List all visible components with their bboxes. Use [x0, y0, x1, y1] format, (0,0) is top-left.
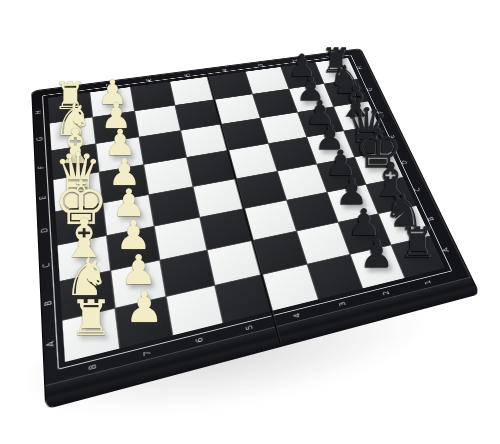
- rank-label-top-4: 4: [221, 67, 231, 73]
- file-label-left-e: E: [39, 193, 50, 202]
- file-label-left-f: F: [38, 163, 49, 171]
- file-label-left-d: D: [41, 225, 53, 235]
- rank-label-top-2: 2: [291, 58, 300, 64]
- rank-label-top-3: 3: [257, 62, 266, 68]
- file-label-right-h: H: [356, 64, 366, 70]
- file-label-right-g: G: [366, 86, 376, 92]
- file-label-left-h: H: [35, 108, 45, 115]
- rank-label-top-1: 1: [325, 53, 334, 59]
- chess-board: HHGGFFEEDDCCBBAA8877665544332211: [48, 58, 445, 362]
- product-photo-stage: HHGGFFEEDDCCBBAA8877665544332211 ♜♟♞♟♝♟♛…: [0, 0, 500, 444]
- file-label-left-g: G: [36, 135, 46, 143]
